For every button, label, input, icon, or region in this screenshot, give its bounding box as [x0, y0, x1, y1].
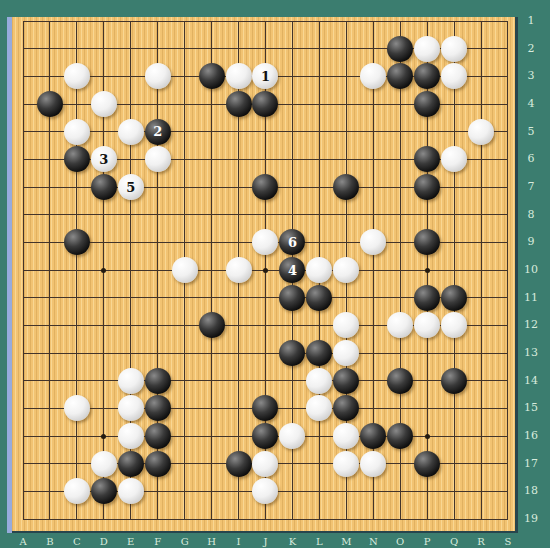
col-label-M: M	[336, 536, 356, 547]
black-stone[interactable]	[145, 423, 171, 449]
white-stone[interactable]	[360, 451, 386, 477]
white-stone[interactable]	[64, 63, 90, 89]
row-label-4: 4	[518, 97, 544, 111]
col-label-H: H	[202, 536, 222, 547]
white-stone[interactable]	[252, 478, 278, 504]
row-label-8: 8	[518, 208, 544, 222]
move-number: 1	[261, 69, 270, 84]
black-stone[interactable]	[306, 340, 332, 366]
black-stone[interactable]	[333, 174, 359, 200]
row-label-9: 9	[518, 235, 544, 249]
black-stone[interactable]	[252, 91, 278, 117]
row-label-15: 15	[518, 401, 544, 415]
row-label-1: 1	[518, 14, 544, 28]
col-label-J: J	[255, 536, 275, 547]
black-stone[interactable]	[64, 229, 90, 255]
black-stone[interactable]	[333, 395, 359, 421]
white-stone[interactable]	[333, 423, 359, 449]
row-label-2: 2	[518, 42, 544, 56]
white-stone[interactable]	[252, 451, 278, 477]
black-stone[interactable]	[306, 285, 332, 311]
col-label-S: S	[498, 536, 518, 547]
white-stone[interactable]	[64, 478, 90, 504]
black-stone[interactable]	[414, 174, 440, 200]
white-stone[interactable]	[279, 423, 305, 449]
black-stone[interactable]	[414, 91, 440, 117]
black-stone[interactable]	[441, 285, 467, 311]
col-label-F: F	[148, 536, 168, 547]
white-stone[interactable]	[226, 257, 252, 283]
row-label-19: 19	[518, 512, 544, 526]
black-stone[interactable]	[387, 36, 413, 62]
white-stone[interactable]	[360, 63, 386, 89]
black-stone[interactable]	[387, 368, 413, 394]
col-label-P: P	[417, 536, 437, 547]
white-stone[interactable]	[172, 257, 198, 283]
row-label-14: 14	[518, 374, 544, 388]
black-stone[interactable]	[91, 174, 117, 200]
black-stone[interactable]	[414, 451, 440, 477]
row-label-16: 16	[518, 429, 544, 443]
black-stone[interactable]	[199, 63, 225, 89]
col-label-G: G	[175, 536, 195, 547]
col-label-N: N	[363, 536, 383, 547]
black-stone[interactable]	[360, 423, 386, 449]
star-point	[101, 268, 106, 273]
grid-vline	[481, 21, 482, 520]
white-stone[interactable]	[64, 395, 90, 421]
black-stone[interactable]	[387, 423, 413, 449]
black-stone[interactable]	[145, 395, 171, 421]
move-number: 4	[288, 263, 297, 278]
black-stone[interactable]: 6	[279, 229, 305, 255]
row-label-3: 3	[518, 69, 544, 83]
go-app-frame: 123564 ABCDEFGHIJKLMNOPQRS 1234567891011…	[0, 0, 550, 548]
black-stone[interactable]	[252, 423, 278, 449]
white-stone[interactable]	[91, 91, 117, 117]
col-label-D: D	[94, 536, 114, 547]
star-point	[425, 268, 430, 273]
black-stone[interactable]	[118, 451, 144, 477]
star-point	[101, 434, 106, 439]
white-stone[interactable]	[441, 146, 467, 172]
white-stone[interactable]	[118, 423, 144, 449]
black-stone[interactable]	[441, 368, 467, 394]
col-label-I: I	[229, 536, 249, 547]
go-board[interactable]: 123564	[12, 17, 518, 533]
black-stone[interactable]	[91, 478, 117, 504]
row-label-18: 18	[518, 484, 544, 498]
white-stone[interactable]	[468, 119, 494, 145]
row-label-5: 5	[518, 125, 544, 139]
white-stone[interactable]	[64, 119, 90, 145]
black-stone[interactable]	[252, 395, 278, 421]
star-point	[425, 434, 430, 439]
col-label-E: E	[121, 536, 141, 547]
white-stone[interactable]	[441, 36, 467, 62]
white-stone[interactable]	[118, 368, 144, 394]
white-stone[interactable]	[333, 312, 359, 338]
white-stone[interactable]	[360, 229, 386, 255]
black-stone[interactable]	[145, 368, 171, 394]
white-stone[interactable]	[91, 451, 117, 477]
col-label-O: O	[390, 536, 410, 547]
white-stone[interactable]	[145, 146, 171, 172]
white-stone[interactable]: 3	[91, 146, 117, 172]
white-stone[interactable]: 1	[252, 63, 278, 89]
black-stone[interactable]	[226, 91, 252, 117]
white-stone[interactable]	[306, 395, 332, 421]
black-stone[interactable]	[414, 229, 440, 255]
row-label-12: 12	[518, 318, 544, 332]
white-stone[interactable]	[118, 119, 144, 145]
grid-hline	[23, 353, 509, 354]
col-label-L: L	[309, 536, 329, 547]
white-stone[interactable]: 5	[118, 174, 144, 200]
white-stone[interactable]	[252, 229, 278, 255]
white-stone[interactable]	[387, 312, 413, 338]
row-label-10: 10	[518, 263, 544, 277]
black-stone[interactable]	[414, 285, 440, 311]
white-stone[interactable]	[306, 257, 332, 283]
col-label-C: C	[67, 536, 87, 547]
row-label-6: 6	[518, 152, 544, 166]
col-label-Q: Q	[444, 536, 464, 547]
row-label-17: 17	[518, 457, 544, 471]
star-point	[263, 268, 268, 273]
grid-vline	[454, 21, 455, 520]
row-label-13: 13	[518, 346, 544, 360]
col-label-K: K	[282, 536, 302, 547]
black-stone[interactable]	[145, 451, 171, 477]
grid-hline	[23, 519, 509, 520]
white-stone[interactable]	[226, 63, 252, 89]
black-stone[interactable]	[279, 285, 305, 311]
black-stone[interactable]	[252, 174, 278, 200]
black-stone[interactable]	[37, 91, 63, 117]
white-stone[interactable]	[414, 312, 440, 338]
move-number: 6	[288, 235, 297, 250]
black-stone[interactable]	[199, 312, 225, 338]
row-label-7: 7	[518, 180, 544, 194]
white-stone[interactable]	[333, 340, 359, 366]
black-stone[interactable]	[414, 63, 440, 89]
black-stone[interactable]	[333, 368, 359, 394]
move-number: 2	[153, 124, 162, 139]
white-stone[interactable]	[441, 63, 467, 89]
black-stone[interactable]: 2	[145, 119, 171, 145]
move-number: 5	[126, 180, 135, 195]
white-stone[interactable]	[118, 478, 144, 504]
black-stone[interactable]: 4	[279, 257, 305, 283]
row-label-11: 11	[518, 291, 544, 305]
white-stone[interactable]	[118, 395, 144, 421]
white-stone[interactable]	[414, 36, 440, 62]
white-stone[interactable]	[333, 451, 359, 477]
black-stone[interactable]	[64, 146, 90, 172]
white-stone[interactable]	[441, 312, 467, 338]
black-stone[interactable]	[279, 340, 305, 366]
black-stone[interactable]	[414, 146, 440, 172]
grid-vline	[507, 21, 508, 520]
white-stone[interactable]	[333, 257, 359, 283]
white-stone[interactable]	[306, 368, 332, 394]
white-stone[interactable]	[145, 63, 171, 89]
col-label-B: B	[40, 536, 60, 547]
col-label-R: R	[471, 536, 491, 547]
grid-hline	[23, 380, 509, 381]
col-label-A: A	[13, 536, 33, 547]
black-stone[interactable]	[387, 63, 413, 89]
move-number: 3	[99, 152, 108, 167]
black-stone[interactable]	[226, 451, 252, 477]
